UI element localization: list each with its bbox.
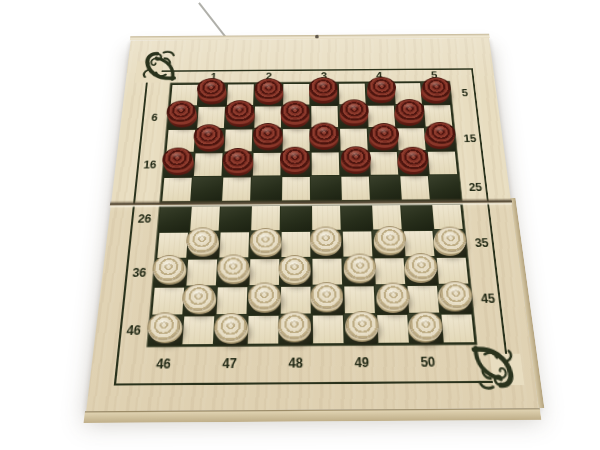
dark-square-7[interactable] (225, 106, 254, 129)
white-man-square-42[interactable] (249, 284, 281, 313)
dark-square-19[interactable] (340, 151, 370, 176)
dark-square-15[interactable] (425, 127, 456, 151)
light-square (428, 151, 458, 174)
light-square (166, 130, 195, 152)
dark-square-21[interactable] (191, 177, 222, 202)
light-square (170, 85, 198, 106)
dark-square-20[interactable] (398, 151, 429, 176)
dark-square-13[interactable] (310, 128, 339, 152)
white-man-square-32[interactable] (251, 231, 282, 258)
dark-square-6[interactable] (168, 106, 198, 129)
dark-square-2[interactable] (254, 83, 282, 105)
dark-square-22[interactable] (251, 176, 281, 201)
white-man-square-50[interactable] (407, 313, 442, 343)
dark-square-10[interactable] (395, 105, 425, 128)
dark-square-12[interactable] (253, 128, 282, 152)
light-square (340, 128, 368, 150)
dark-square-16[interactable] (163, 153, 194, 178)
light-square (162, 178, 192, 202)
white-man-square-35[interactable] (432, 229, 465, 256)
light-square (311, 152, 339, 175)
checkers-board: 123454647484950616263646515253545 (86, 38, 539, 411)
dark-square-8[interactable] (282, 105, 311, 128)
white-man-square-36[interactable] (154, 257, 187, 285)
white-man-top (345, 311, 379, 339)
coord-label-15: 15 (463, 133, 477, 145)
light-square (311, 106, 338, 128)
white-man-square-31[interactable] (187, 231, 219, 258)
dark-square-18[interactable] (281, 152, 310, 177)
light-square (369, 152, 398, 175)
dark-square-17[interactable] (222, 152, 252, 177)
coord-label-4: 4 (376, 70, 383, 81)
dark-square-5[interactable] (421, 82, 451, 104)
coord-label-2: 2 (266, 71, 272, 82)
dark-square-24[interactable] (370, 175, 401, 200)
white-man-top (374, 226, 407, 252)
coord-label-25: 25 (468, 181, 482, 194)
light-square (397, 128, 426, 150)
white-man-square-33[interactable] (310, 229, 341, 256)
dark-square-14[interactable] (368, 128, 398, 152)
white-man-square-45[interactable] (436, 283, 470, 312)
light-square (253, 153, 281, 176)
light-square (339, 83, 366, 104)
white-man-top (376, 282, 410, 309)
dark-square-23[interactable] (311, 176, 341, 201)
dark-square-11[interactable] (195, 129, 225, 153)
coord-label-3: 3 (321, 71, 327, 82)
dark-square-4[interactable] (366, 83, 395, 105)
light-square (283, 84, 310, 105)
coord-label-6: 6 (151, 112, 158, 123)
coord-label-1: 1 (210, 71, 217, 82)
white-man-square-43[interactable] (311, 284, 343, 313)
white-man-square-44[interactable] (375, 285, 408, 314)
dark-square-3[interactable] (310, 83, 338, 105)
light-square (282, 129, 309, 151)
coord-label-5: 5 (431, 70, 438, 81)
white-man-square-41[interactable] (183, 286, 217, 315)
photo-background: 123454647484950616263646515253545 (0, 0, 600, 450)
light-square (194, 153, 223, 176)
light-square (400, 176, 430, 200)
coord-label-5: 5 (461, 88, 468, 99)
board-scene: 123454647484950616263646515253545 (111, 3, 511, 403)
light-square (424, 105, 453, 127)
board-upper-half (161, 82, 461, 202)
light-square (367, 105, 395, 127)
light-square (282, 177, 310, 201)
light-square (254, 106, 281, 128)
white-man-square-34[interactable] (373, 229, 405, 256)
light-square (224, 129, 252, 151)
white-man-square-37[interactable] (218, 257, 250, 285)
light-square (197, 107, 225, 129)
dark-square-25[interactable] (429, 175, 461, 200)
hinge-pin-icon (315, 35, 319, 39)
coord-label-16: 16 (143, 159, 157, 171)
light-square (341, 176, 370, 200)
white-man-square-38[interactable] (279, 257, 311, 285)
light-square (222, 177, 251, 201)
light-square (394, 83, 422, 104)
dark-square-9[interactable] (338, 105, 367, 128)
dark-square-1[interactable] (198, 84, 227, 106)
light-square (227, 84, 254, 105)
